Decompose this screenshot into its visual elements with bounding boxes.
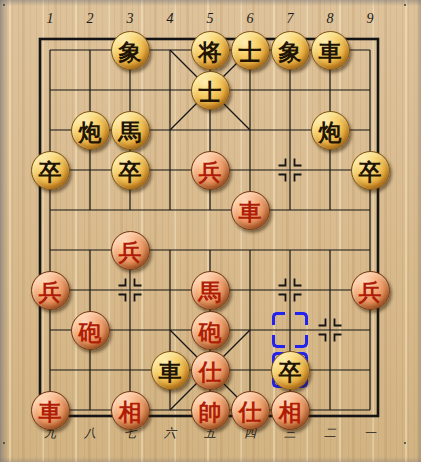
piece-glyph: 卒	[39, 159, 62, 182]
piece-glyph: 象	[279, 39, 302, 62]
corner-dot	[404, 442, 406, 444]
piece-red-chariot[interactable]: 車	[231, 191, 270, 230]
piece-glyph: 仕	[239, 399, 262, 422]
piece-black-cannon[interactable]: 炮	[311, 111, 350, 150]
piece-black-soldier[interactable]: 卒	[31, 151, 70, 190]
piece-red-horse[interactable]: 馬	[191, 271, 230, 310]
piece-glyph: 卒	[279, 359, 302, 382]
piece-red-cannon[interactable]: 砲	[191, 311, 230, 350]
piece-black-chariot[interactable]: 車	[311, 31, 350, 70]
piece-red-elephant[interactable]: 相	[111, 391, 150, 430]
corner-dot	[3, 442, 5, 444]
piece-glyph: 兵	[39, 279, 62, 302]
piece-glyph: 馬	[119, 119, 142, 142]
file-label-top-3: 3	[110, 11, 150, 27]
piece-glyph: 相	[119, 399, 142, 422]
piece-black-general[interactable]: 将	[191, 31, 230, 70]
file-label-top-4: 4	[150, 11, 190, 27]
file-label-top-1: 1	[30, 11, 70, 27]
piece-red-soldier[interactable]: 兵	[351, 271, 390, 310]
piece-black-soldier[interactable]: 卒	[111, 151, 150, 190]
piece-red-soldier[interactable]: 兵	[31, 271, 70, 310]
piece-red-cannon[interactable]: 砲	[71, 311, 110, 350]
piece-glyph: 士	[199, 79, 222, 102]
piece-red-general[interactable]: 帥	[191, 391, 230, 430]
piece-glyph: 仕	[199, 359, 222, 382]
piece-red-elephant[interactable]: 相	[271, 391, 310, 430]
piece-red-soldier[interactable]: 兵	[191, 151, 230, 190]
piece-red-soldier[interactable]: 兵	[111, 231, 150, 270]
piece-glyph: 卒	[359, 159, 382, 182]
piece-glyph: 車	[39, 399, 62, 422]
piece-glyph: 相	[279, 399, 302, 422]
piece-black-advisor[interactable]: 士	[231, 31, 270, 70]
piece-glyph: 砲	[79, 319, 102, 342]
file-label-top-7: 7	[270, 11, 310, 27]
piece-black-cannon[interactable]: 炮	[71, 111, 110, 150]
pieces-grid[interactable]: 象将士象車士炮馬炮卒卒兵卒車兵兵馬兵砲砲車仕卒車相帥仕相	[30, 30, 390, 430]
piece-black-horse[interactable]: 馬	[111, 111, 150, 150]
xiangqi-board-screen: 123456789 九八七六五四三二一 象将士象車士炮馬炮卒卒兵卒車兵兵馬兵砲砲…	[0, 0, 421, 462]
piece-glyph: 象	[119, 39, 142, 62]
piece-glyph: 炮	[79, 119, 102, 142]
piece-red-advisor[interactable]: 仕	[231, 391, 270, 430]
corner-dot	[3, 4, 5, 6]
piece-black-elephant[interactable]: 象	[271, 31, 310, 70]
corner-dot	[404, 4, 406, 6]
piece-glyph: 車	[239, 199, 262, 222]
file-label-top-9: 9	[350, 11, 390, 27]
piece-black-chariot[interactable]: 車	[151, 351, 190, 390]
piece-glyph: 炮	[319, 119, 342, 142]
piece-glyph: 士	[239, 39, 262, 62]
piece-black-advisor[interactable]: 士	[191, 71, 230, 110]
piece-glyph: 卒	[119, 159, 142, 182]
piece-glyph: 砲	[199, 319, 222, 342]
file-label-top-2: 2	[70, 11, 110, 27]
piece-black-soldier[interactable]: 卒	[351, 151, 390, 190]
file-label-top-8: 8	[310, 11, 350, 27]
piece-black-soldier[interactable]: 卒	[271, 351, 310, 390]
piece-glyph: 兵	[119, 239, 142, 262]
piece-red-advisor[interactable]: 仕	[191, 351, 230, 390]
piece-glyph: 帥	[199, 399, 222, 422]
file-label-top-6: 6	[230, 11, 270, 27]
piece-glyph: 車	[159, 359, 182, 382]
piece-black-elephant[interactable]: 象	[111, 31, 150, 70]
piece-glyph: 兵	[199, 159, 222, 182]
piece-glyph: 兵	[359, 279, 382, 302]
piece-glyph: 車	[319, 39, 342, 62]
piece-red-chariot[interactable]: 車	[31, 391, 70, 430]
piece-glyph: 馬	[199, 279, 222, 302]
piece-glyph: 将	[199, 39, 222, 62]
file-label-top-5: 5	[190, 11, 230, 27]
